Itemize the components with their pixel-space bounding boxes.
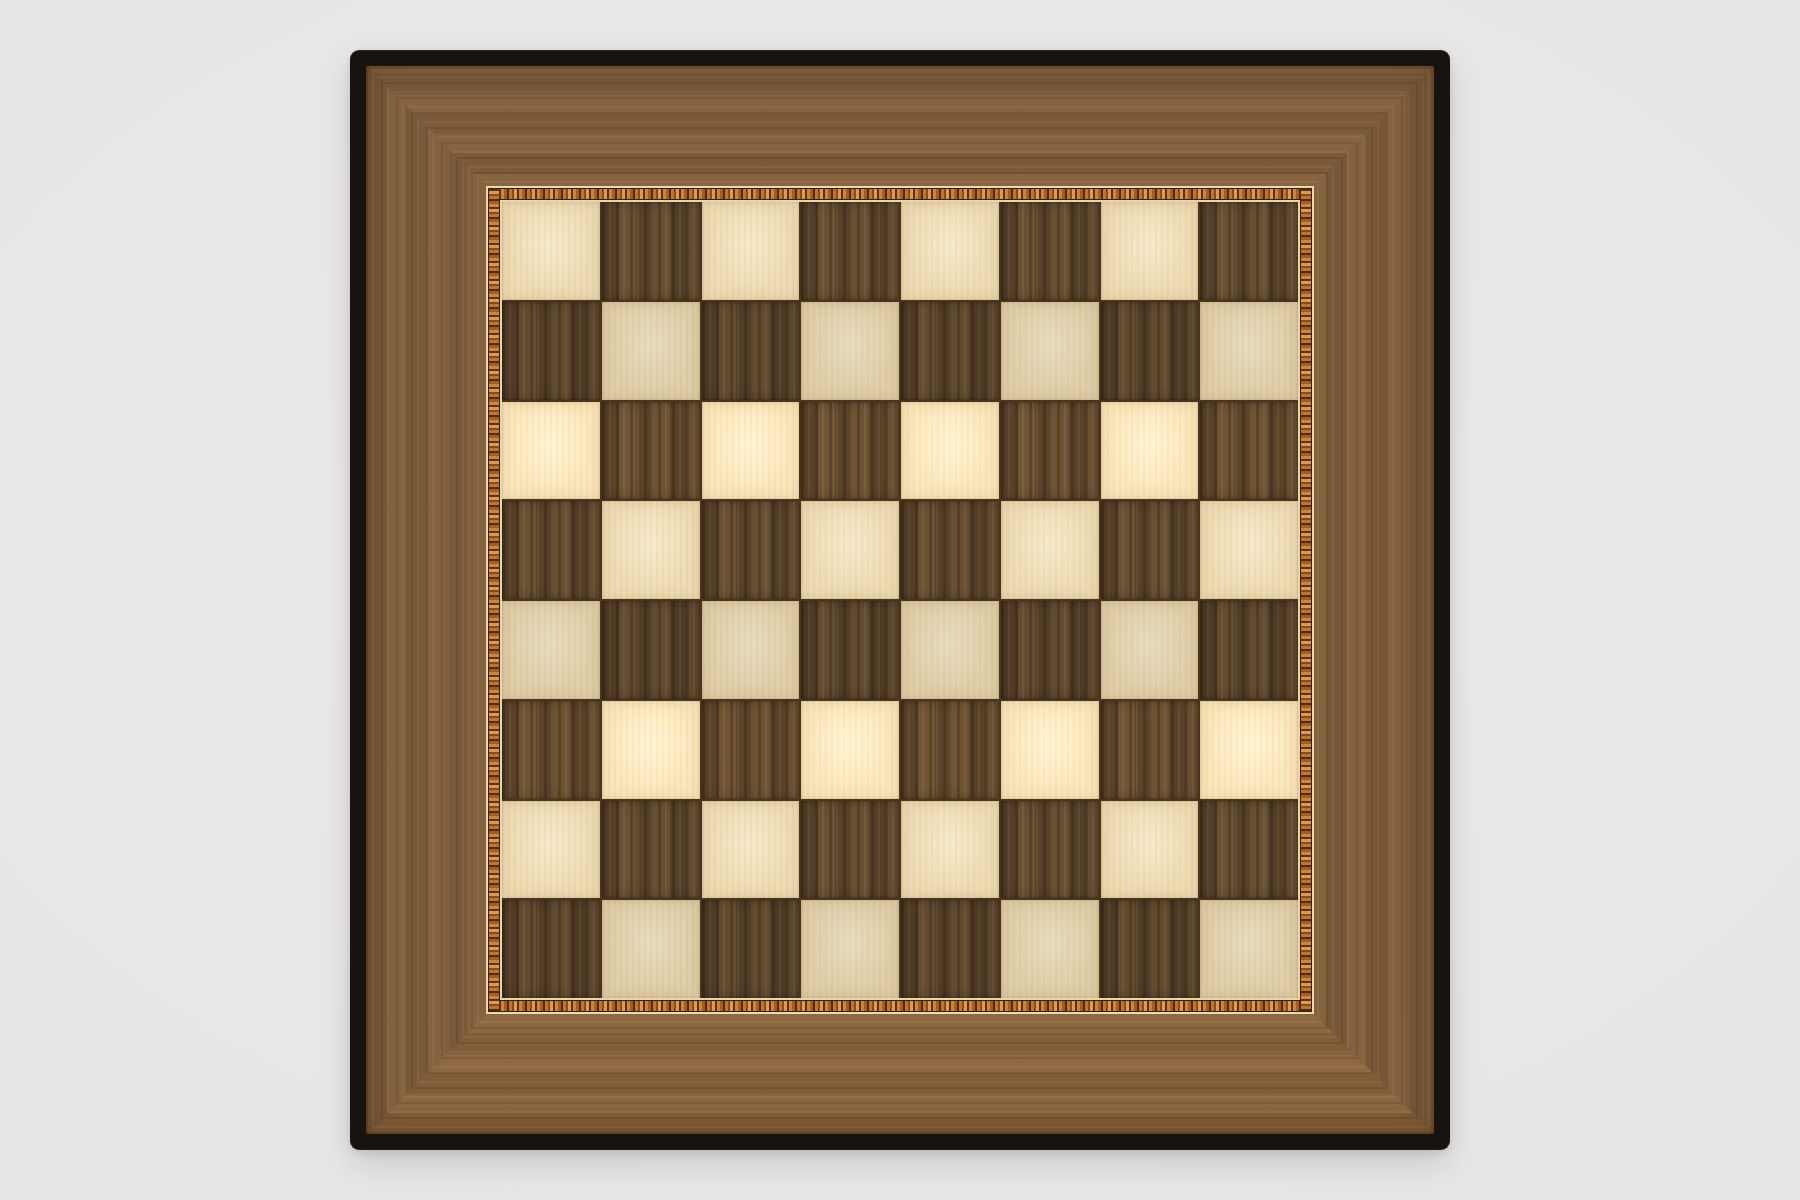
square-f1[interactable] — [1001, 900, 1099, 998]
square-d5[interactable] — [801, 501, 899, 599]
square-b4[interactable] — [602, 601, 700, 699]
square-g7[interactable] — [1101, 302, 1199, 400]
square-d7[interactable] — [801, 302, 899, 400]
square-g4[interactable] — [1101, 601, 1199, 699]
inlay-band-bottom — [489, 1001, 1311, 1011]
square-g5[interactable] — [1101, 501, 1199, 599]
square-g6[interactable] — [1101, 402, 1199, 500]
square-d1[interactable] — [801, 900, 899, 998]
board-grid — [502, 202, 1298, 998]
square-g8[interactable] — [1101, 202, 1199, 300]
square-g2[interactable] — [1101, 801, 1199, 899]
square-b5[interactable] — [602, 501, 700, 599]
square-d6[interactable] — [801, 402, 899, 500]
square-h4[interactable] — [1200, 601, 1298, 699]
square-e8[interactable] — [901, 202, 999, 300]
square-h5[interactable] — [1200, 501, 1298, 599]
square-f7[interactable] — [1001, 302, 1099, 400]
square-e4[interactable] — [901, 601, 999, 699]
square-a3[interactable] — [502, 701, 600, 799]
square-f8[interactable] — [1001, 202, 1099, 300]
square-d2[interactable] — [801, 801, 899, 899]
square-d3[interactable] — [801, 701, 899, 799]
square-d4[interactable] — [801, 601, 899, 699]
square-a4[interactable] — [502, 601, 600, 699]
square-c1[interactable] — [702, 900, 800, 998]
square-e7[interactable] — [901, 302, 999, 400]
square-c6[interactable] — [702, 402, 800, 500]
square-f5[interactable] — [1001, 501, 1099, 599]
square-f6[interactable] — [1001, 402, 1099, 500]
square-b1[interactable] — [602, 900, 700, 998]
square-e1[interactable] — [901, 900, 999, 998]
photo-background — [0, 0, 1800, 1200]
square-h7[interactable] — [1200, 302, 1298, 400]
square-h1[interactable] — [1200, 900, 1298, 998]
square-b2[interactable] — [602, 801, 700, 899]
square-c8[interactable] — [702, 202, 800, 300]
square-a5[interactable] — [502, 501, 600, 599]
square-h6[interactable] — [1200, 402, 1298, 500]
square-e5[interactable] — [901, 501, 999, 599]
square-g1[interactable] — [1101, 900, 1199, 998]
square-c5[interactable] — [702, 501, 800, 599]
square-b8[interactable] — [602, 202, 700, 300]
inlay-band-top — [489, 189, 1311, 199]
chess-board — [350, 50, 1450, 1150]
square-c4[interactable] — [702, 601, 800, 699]
square-e6[interactable] — [901, 402, 999, 500]
square-a6[interactable] — [502, 402, 600, 500]
square-a7[interactable] — [502, 302, 600, 400]
square-a2[interactable] — [502, 801, 600, 899]
square-d8[interactable] — [801, 202, 899, 300]
square-b7[interactable] — [602, 302, 700, 400]
square-h3[interactable] — [1200, 701, 1298, 799]
square-b6[interactable] — [602, 402, 700, 500]
square-a8[interactable] — [502, 202, 600, 300]
square-h2[interactable] — [1200, 801, 1298, 899]
inlay-band-left — [489, 189, 499, 1011]
square-e3[interactable] — [901, 701, 999, 799]
square-f2[interactable] — [1001, 801, 1099, 899]
square-f4[interactable] — [1001, 601, 1099, 699]
square-f3[interactable] — [1001, 701, 1099, 799]
square-c2[interactable] — [702, 801, 800, 899]
square-e2[interactable] — [901, 801, 999, 899]
square-c3[interactable] — [702, 701, 800, 799]
square-a1[interactable] — [502, 900, 600, 998]
inlay-band-right — [1301, 189, 1311, 1011]
square-h8[interactable] — [1200, 202, 1298, 300]
square-c7[interactable] — [702, 302, 800, 400]
square-b3[interactable] — [602, 701, 700, 799]
square-g3[interactable] — [1101, 701, 1199, 799]
